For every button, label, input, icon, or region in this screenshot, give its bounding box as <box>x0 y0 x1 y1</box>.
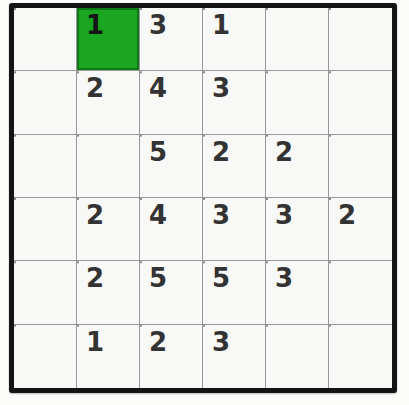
cell-r3c4[interactable]: 3 <box>266 198 329 261</box>
cell-r5c5[interactable] <box>329 325 392 388</box>
cell-r2c1[interactable] <box>77 135 140 198</box>
cell-r0c3[interactable]: 1 <box>203 8 266 71</box>
cell-r1c4[interactable] <box>266 71 329 134</box>
cell-r3c3[interactable]: 3 <box>203 198 266 261</box>
cell-r5c0[interactable] <box>14 325 77 388</box>
puzzle-board: 131243522243322553123 <box>9 3 397 393</box>
cell-r2c4[interactable]: 2 <box>266 135 329 198</box>
cell-r5c1[interactable]: 1 <box>77 325 140 388</box>
cell-r0c1[interactable]: 1 <box>77 8 140 71</box>
cell-r1c1[interactable]: 2 <box>77 71 140 134</box>
cell-r5c4[interactable] <box>266 325 329 388</box>
cell-r3c2[interactable]: 4 <box>140 198 203 261</box>
cell-r5c3[interactable]: 3 <box>203 325 266 388</box>
puzzle-page: 131243522243322553123 <box>0 0 409 405</box>
cell-r0c0[interactable] <box>14 8 77 71</box>
cell-r0c2[interactable]: 3 <box>140 8 203 71</box>
cell-r4c2[interactable]: 5 <box>140 261 203 324</box>
cell-r2c2[interactable]: 5 <box>140 135 203 198</box>
cell-r3c0[interactable] <box>14 198 77 261</box>
cell-r1c2[interactable]: 4 <box>140 71 203 134</box>
puzzle-grid: 131243522243322553123 <box>14 8 392 388</box>
cell-r2c3[interactable]: 2 <box>203 135 266 198</box>
cell-r1c3[interactable]: 3 <box>203 71 266 134</box>
cell-r3c1[interactable]: 2 <box>77 198 140 261</box>
cell-r2c5[interactable] <box>329 135 392 198</box>
cell-r0c5[interactable] <box>329 8 392 71</box>
cell-r2c0[interactable] <box>14 135 77 198</box>
cell-r4c0[interactable] <box>14 261 77 324</box>
cell-r4c5[interactable] <box>329 261 392 324</box>
cell-r3c5[interactable]: 2 <box>329 198 392 261</box>
cell-r4c4[interactable]: 3 <box>266 261 329 324</box>
cell-r1c0[interactable] <box>14 71 77 134</box>
cell-r0c4[interactable] <box>266 8 329 71</box>
cell-r4c3[interactable]: 5 <box>203 261 266 324</box>
cell-r1c5[interactable] <box>329 71 392 134</box>
cell-r5c2[interactable]: 2 <box>140 325 203 388</box>
cell-r4c1[interactable]: 2 <box>77 261 140 324</box>
